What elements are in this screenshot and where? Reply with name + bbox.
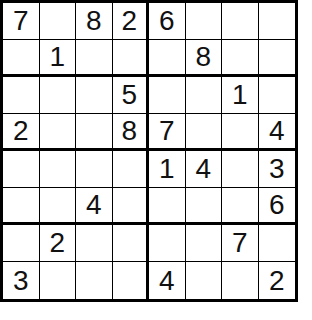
cell-r2c4[interactable] [113, 40, 150, 77]
cell-r8c1[interactable]: 3 [3, 262, 40, 299]
cell-r4c6[interactable] [186, 114, 223, 151]
cell-r3c3[interactable] [76, 77, 113, 114]
cell-r4c3[interactable] [76, 114, 113, 151]
cell-r5c6[interactable]: 4 [186, 151, 223, 188]
cell-r8c5[interactable]: 4 [149, 262, 186, 299]
sudoku-board: 7826185128741434627342 [0, 0, 298, 302]
cell-r3c7[interactable]: 1 [222, 77, 259, 114]
cell-r4c2[interactable] [40, 114, 77, 151]
cell-r5c5[interactable]: 1 [149, 151, 186, 188]
page: 7826185128741434627342 [0, 0, 312, 302]
cell-r1c3[interactable]: 8 [76, 3, 113, 40]
cell-r1c1[interactable]: 7 [3, 3, 40, 40]
cell-r8c2[interactable] [40, 262, 77, 299]
cell-r6c1[interactable] [3, 188, 40, 225]
cell-r6c7[interactable] [222, 188, 259, 225]
cell-r1c5[interactable]: 6 [149, 3, 186, 40]
cell-r3c2[interactable] [40, 77, 77, 114]
cell-r2c1[interactable] [3, 40, 40, 77]
cell-r5c3[interactable] [76, 151, 113, 188]
cell-r3c1[interactable] [3, 77, 40, 114]
cell-r2c3[interactable] [76, 40, 113, 77]
cell-r7c2[interactable]: 2 [40, 225, 77, 262]
cell-r7c5[interactable] [149, 225, 186, 262]
cell-r7c6[interactable] [186, 225, 223, 262]
cell-r5c1[interactable] [3, 151, 40, 188]
cell-r7c8[interactable] [259, 225, 296, 262]
cell-r8c4[interactable] [113, 262, 150, 299]
cell-r6c3[interactable]: 4 [76, 188, 113, 225]
cell-r5c8[interactable]: 3 [259, 151, 296, 188]
cell-r1c8[interactable] [259, 3, 296, 40]
cell-r1c2[interactable] [40, 3, 77, 40]
cell-r1c6[interactable] [186, 3, 223, 40]
cell-r6c5[interactable] [149, 188, 186, 225]
cell-r2c7[interactable] [222, 40, 259, 77]
cell-r4c7[interactable] [222, 114, 259, 151]
cell-r1c4[interactable]: 2 [113, 3, 150, 40]
cell-r3c8[interactable] [259, 77, 296, 114]
cell-r6c4[interactable] [113, 188, 150, 225]
cell-r8c8[interactable]: 2 [259, 262, 296, 299]
cell-r7c4[interactable] [113, 225, 150, 262]
cell-r3c6[interactable] [186, 77, 223, 114]
cell-r7c7[interactable]: 7 [222, 225, 259, 262]
cell-r3c4[interactable]: 5 [113, 77, 150, 114]
cell-r1c7[interactable] [222, 3, 259, 40]
cell-r2c2[interactable]: 1 [40, 40, 77, 77]
cell-r6c8[interactable]: 6 [259, 188, 296, 225]
cell-r4c4[interactable]: 8 [113, 114, 150, 151]
cell-r5c2[interactable] [40, 151, 77, 188]
cell-r3c5[interactable] [149, 77, 186, 114]
cell-r8c6[interactable] [186, 262, 223, 299]
cell-r8c3[interactable] [76, 262, 113, 299]
cell-r6c6[interactable] [186, 188, 223, 225]
cell-r4c5[interactable]: 7 [149, 114, 186, 151]
cell-r5c4[interactable] [113, 151, 150, 188]
cell-r4c1[interactable]: 2 [3, 114, 40, 151]
cell-r4c8[interactable]: 4 [259, 114, 296, 151]
cell-r2c6[interactable]: 8 [186, 40, 223, 77]
cell-r2c8[interactable] [259, 40, 296, 77]
cell-r7c3[interactable] [76, 225, 113, 262]
cell-r8c7[interactable] [222, 262, 259, 299]
cell-r6c2[interactable] [40, 188, 77, 225]
cell-r2c5[interactable] [149, 40, 186, 77]
cell-r5c7[interactable] [222, 151, 259, 188]
cell-r7c1[interactable] [3, 225, 40, 262]
